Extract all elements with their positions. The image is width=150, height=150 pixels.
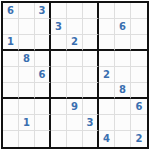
cell-empty[interactable] <box>131 19 147 35</box>
cell-empty[interactable] <box>99 99 115 115</box>
cell-empty[interactable] <box>35 51 51 67</box>
cell-empty[interactable] <box>51 99 67 115</box>
cell-empty[interactable] <box>35 83 51 99</box>
cell-empty[interactable] <box>83 83 99 99</box>
cell-given[interactable]: 1 <box>3 35 19 51</box>
cell-empty[interactable] <box>51 83 67 99</box>
cell-empty[interactable] <box>131 35 147 51</box>
cell-empty[interactable] <box>19 19 35 35</box>
cell-empty[interactable] <box>115 99 131 115</box>
cell-given[interactable]: 6 <box>3 3 19 19</box>
cell-empty[interactable] <box>3 67 19 83</box>
cell-empty[interactable] <box>19 35 35 51</box>
cell-given[interactable]: 6 <box>35 67 51 83</box>
cell-empty[interactable] <box>99 35 115 51</box>
cell-empty[interactable] <box>35 35 51 51</box>
cell-given[interactable]: 4 <box>99 131 115 147</box>
cell-empty[interactable] <box>67 131 83 147</box>
cell-empty[interactable] <box>35 99 51 115</box>
cell-given[interactable]: 2 <box>99 67 115 83</box>
cell-empty[interactable] <box>83 35 99 51</box>
cell-given[interactable]: 1 <box>19 115 35 131</box>
cell-empty[interactable] <box>99 3 115 19</box>
cell-given[interactable]: 8 <box>19 51 35 67</box>
cell-given[interactable]: 6 <box>131 99 147 115</box>
cell-empty[interactable] <box>51 51 67 67</box>
cell-empty[interactable] <box>35 19 51 35</box>
cell-empty[interactable] <box>67 19 83 35</box>
cell-empty[interactable] <box>67 3 83 19</box>
cell-empty[interactable] <box>83 99 99 115</box>
cell-empty[interactable] <box>99 83 115 99</box>
cell-empty[interactable] <box>19 83 35 99</box>
cell-empty[interactable] <box>131 3 147 19</box>
cell-empty[interactable] <box>115 35 131 51</box>
cell-empty[interactable] <box>67 83 83 99</box>
cell-empty[interactable] <box>115 51 131 67</box>
sudoku-board: 6336128628961342 <box>1 1 149 149</box>
cell-empty[interactable] <box>115 131 131 147</box>
cell-empty[interactable] <box>67 115 83 131</box>
cell-empty[interactable] <box>51 35 67 51</box>
cell-empty[interactable] <box>3 19 19 35</box>
cell-empty[interactable] <box>35 115 51 131</box>
cell-empty[interactable] <box>83 131 99 147</box>
cell-given[interactable]: 3 <box>51 19 67 35</box>
cell-empty[interactable] <box>131 51 147 67</box>
cell-empty[interactable] <box>51 67 67 83</box>
cell-empty[interactable] <box>51 115 67 131</box>
cell-given[interactable]: 3 <box>35 3 51 19</box>
cell-empty[interactable] <box>3 115 19 131</box>
cell-given[interactable]: 2 <box>67 35 83 51</box>
cell-empty[interactable] <box>3 51 19 67</box>
cell-empty[interactable] <box>115 3 131 19</box>
cell-empty[interactable] <box>131 67 147 83</box>
cell-empty[interactable] <box>99 19 115 35</box>
cell-empty[interactable] <box>19 99 35 115</box>
cell-empty[interactable] <box>99 115 115 131</box>
cell-empty[interactable] <box>19 3 35 19</box>
cell-empty[interactable] <box>51 131 67 147</box>
cell-empty[interactable] <box>131 115 147 131</box>
cell-empty[interactable] <box>67 51 83 67</box>
cell-empty[interactable] <box>35 131 51 147</box>
cell-empty[interactable] <box>83 51 99 67</box>
cell-empty[interactable] <box>115 115 131 131</box>
cell-empty[interactable] <box>115 67 131 83</box>
cell-empty[interactable] <box>83 67 99 83</box>
cell-given[interactable]: 9 <box>67 99 83 115</box>
cell-empty[interactable] <box>83 19 99 35</box>
cell-empty[interactable] <box>19 131 35 147</box>
cell-given[interactable]: 3 <box>83 115 99 131</box>
cell-empty[interactable] <box>67 67 83 83</box>
cell-given[interactable]: 2 <box>131 131 147 147</box>
cell-empty[interactable] <box>3 99 19 115</box>
cell-empty[interactable] <box>51 3 67 19</box>
cell-given[interactable]: 6 <box>115 19 131 35</box>
cell-empty[interactable] <box>19 67 35 83</box>
cell-empty[interactable] <box>83 3 99 19</box>
cell-empty[interactable] <box>99 51 115 67</box>
cell-given[interactable]: 8 <box>115 83 131 99</box>
cell-empty[interactable] <box>3 131 19 147</box>
cell-empty[interactable] <box>131 83 147 99</box>
cell-empty[interactable] <box>3 83 19 99</box>
